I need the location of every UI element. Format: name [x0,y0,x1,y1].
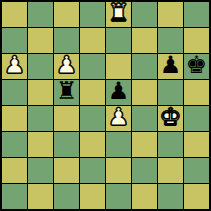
square-e7[interactable] [106,28,131,53]
square-c8[interactable] [54,2,79,27]
chess-board-frame: ♜♟♟♟♚♜♟♟♚ [0,0,211,211]
square-h2[interactable] [184,158,209,183]
square-c6[interactable]: ♟ [54,54,79,79]
square-g7[interactable] [158,28,183,53]
square-d3[interactable] [80,132,105,157]
white-rook[interactable]: ♜ [108,2,130,26]
square-g6[interactable]: ♟ [158,54,183,79]
square-a4[interactable] [2,106,27,131]
black-rook[interactable]: ♜ [56,80,78,104]
square-f1[interactable] [132,184,157,209]
white-pawn[interactable]: ♟ [56,54,78,78]
square-b3[interactable] [28,132,53,157]
square-f7[interactable] [132,28,157,53]
square-a7[interactable] [2,28,27,53]
square-h1[interactable] [184,184,209,209]
square-c1[interactable] [54,184,79,209]
square-h6[interactable]: ♚ [184,54,209,79]
square-c7[interactable] [54,28,79,53]
black-king[interactable]: ♚ [186,54,208,78]
square-h5[interactable] [184,80,209,105]
square-d2[interactable] [80,158,105,183]
square-f4[interactable] [132,106,157,131]
square-c2[interactable] [54,158,79,183]
square-d5[interactable] [80,80,105,105]
square-g2[interactable] [158,158,183,183]
square-e6[interactable] [106,54,131,79]
square-d7[interactable] [80,28,105,53]
square-e8[interactable]: ♜ [106,2,131,27]
square-f8[interactable] [132,2,157,27]
square-g8[interactable] [158,2,183,27]
square-h7[interactable] [184,28,209,53]
square-a1[interactable] [2,184,27,209]
square-e1[interactable] [106,184,131,209]
white-king[interactable]: ♚ [160,106,182,130]
square-a5[interactable] [2,80,27,105]
square-a8[interactable] [2,2,27,27]
square-d1[interactable] [80,184,105,209]
square-d6[interactable] [80,54,105,79]
square-e3[interactable] [106,132,131,157]
square-b5[interactable] [28,80,53,105]
square-a6[interactable]: ♟ [2,54,27,79]
square-b4[interactable] [28,106,53,131]
square-f2[interactable] [132,158,157,183]
square-d8[interactable] [80,2,105,27]
square-c5[interactable]: ♜ [54,80,79,105]
square-b1[interactable] [28,184,53,209]
square-d4[interactable] [80,106,105,131]
black-pawn[interactable]: ♟ [108,80,130,104]
square-b2[interactable] [28,158,53,183]
square-h8[interactable] [184,2,209,27]
black-pawn[interactable]: ♟ [160,54,182,78]
square-e2[interactable] [106,158,131,183]
square-c3[interactable] [54,132,79,157]
white-pawn[interactable]: ♟ [4,54,26,78]
square-a3[interactable] [2,132,27,157]
white-pawn[interactable]: ♟ [108,106,130,130]
square-e4[interactable]: ♟ [106,106,131,131]
square-a2[interactable] [2,158,27,183]
square-h3[interactable] [184,132,209,157]
square-c4[interactable] [54,106,79,131]
square-h4[interactable] [184,106,209,131]
square-f5[interactable] [132,80,157,105]
square-b7[interactable] [28,28,53,53]
square-b6[interactable] [28,54,53,79]
square-g3[interactable] [158,132,183,157]
square-b8[interactable] [28,2,53,27]
chess-board: ♜♟♟♟♚♜♟♟♚ [2,2,209,209]
square-e5[interactable]: ♟ [106,80,131,105]
square-f6[interactable] [132,54,157,79]
square-g4[interactable]: ♚ [158,106,183,131]
square-g5[interactable] [158,80,183,105]
square-g1[interactable] [158,184,183,209]
square-f3[interactable] [132,132,157,157]
